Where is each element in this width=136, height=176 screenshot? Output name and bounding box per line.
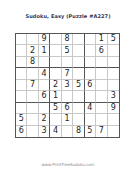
sudoku-cell-r3c8 [96, 57, 107, 68]
sudoku-cell-r9c8: 7 [96, 126, 107, 137]
sudoku-cell-r5c3 [39, 80, 50, 91]
sudoku-cell-r5c1 [16, 80, 27, 91]
sudoku-cell-r1c1 [16, 34, 27, 45]
sudoku-cell-r8c1: 5 [16, 114, 27, 125]
sudoku-cell-r3c2: 8 [27, 57, 38, 68]
sudoku-cell-r2c3: 1 [39, 45, 50, 56]
sudoku-cell-r1c4 [50, 34, 61, 45]
sudoku-cell-r3c3 [39, 57, 50, 68]
sudoku-cell-r4c1 [16, 68, 27, 79]
sudoku-board: 98152156847723566135649521634857 [15, 33, 120, 138]
page-title: Sudoku, Easy (Puzzle #A227) [0, 13, 136, 19]
sudoku-cell-r3c7 [85, 57, 96, 68]
sudoku-cell-r7c4: 5 [50, 103, 61, 114]
sudoku-cell-r7c5: 6 [62, 103, 73, 114]
sudoku-cell-r7c7: 4 [85, 103, 96, 114]
sudoku-cell-r2c8: 6 [96, 45, 107, 56]
sudoku-cell-r4c8 [96, 68, 107, 79]
footer-url: www.PrintFreeSudoku.com [0, 162, 136, 167]
sudoku-cell-r4c3: 4 [39, 68, 50, 79]
sudoku-cell-r8c5: 1 [62, 114, 73, 125]
sudoku-cell-r1c6 [73, 34, 84, 45]
sudoku-cell-r1c9: 5 [108, 34, 119, 45]
sudoku-cell-r6c2 [27, 91, 38, 102]
sudoku-cell-r6c1 [16, 91, 27, 102]
sudoku-cell-r4c9 [108, 68, 119, 79]
sudoku-cell-r4c4 [50, 68, 61, 79]
sudoku-cell-r4c7 [85, 68, 96, 79]
sudoku-cell-r9c5 [62, 126, 73, 137]
sudoku-cell-r6c5 [62, 91, 73, 102]
sudoku-cell-r4c2 [27, 68, 38, 79]
sudoku-cell-r7c8 [96, 103, 107, 114]
sudoku-cell-r5c7: 6 [85, 80, 96, 91]
sudoku-cell-r8c7 [85, 114, 96, 125]
sudoku-cell-r1c5: 8 [62, 34, 73, 45]
sudoku-cell-r4c6 [73, 68, 84, 79]
sudoku-cell-r2c5: 5 [62, 45, 73, 56]
sudoku-cell-r8c9 [108, 114, 119, 125]
sudoku-cell-r6c8 [96, 91, 107, 102]
sudoku-cell-r1c7 [85, 34, 96, 45]
sudoku-cell-r2c2: 2 [27, 45, 38, 56]
sudoku-cell-r6c7 [85, 91, 96, 102]
sudoku-cell-r8c8 [96, 114, 107, 125]
sudoku-cell-r1c2 [27, 34, 38, 45]
sudoku-cell-r7c9: 9 [108, 103, 119, 114]
sudoku-cell-r5c5: 3 [62, 80, 73, 91]
sudoku-cell-r3c1 [16, 57, 27, 68]
sudoku-page: Sudoku, Easy (Puzzle #A227) 981521568477… [0, 0, 136, 176]
sudoku-cell-r6c4: 1 [50, 91, 61, 102]
sudoku-cell-r3c5 [62, 57, 73, 68]
sudoku-cell-r9c6: 8 [73, 126, 84, 137]
sudoku-cell-r1c8: 1 [96, 34, 107, 45]
sudoku-cell-r2c1 [16, 45, 27, 56]
sudoku-cell-r3c9 [108, 57, 119, 68]
sudoku-cell-r5c8 [96, 80, 107, 91]
sudoku-cell-r2c4 [50, 45, 61, 56]
sudoku-cell-r8c4 [50, 114, 61, 125]
sudoku-cell-r8c6 [73, 114, 84, 125]
sudoku-cell-r3c4 [50, 57, 61, 68]
sudoku-cell-r6c6 [73, 91, 84, 102]
sudoku-cell-r2c6 [73, 45, 84, 56]
sudoku-cell-r9c7: 5 [85, 126, 96, 137]
sudoku-cell-r7c3 [39, 103, 50, 114]
sudoku-cell-r7c2 [27, 103, 38, 114]
sudoku-cell-r8c2 [27, 114, 38, 125]
sudoku-cell-r9c4: 4 [50, 126, 61, 137]
sudoku-cell-r1c3: 9 [39, 34, 50, 45]
sudoku-cell-r9c1: 6 [16, 126, 27, 137]
sudoku-cell-r7c1 [16, 103, 27, 114]
sudoku-cell-r4c5: 7 [62, 68, 73, 79]
sudoku-cell-r9c9 [108, 126, 119, 137]
sudoku-cell-r5c9 [108, 80, 119, 91]
sudoku-cell-r7c6 [73, 103, 84, 114]
sudoku-cell-r5c2: 7 [27, 80, 38, 91]
sudoku-cell-r9c2 [27, 126, 38, 137]
sudoku-cell-r6c9: 3 [108, 91, 119, 102]
sudoku-cell-r3c6 [73, 57, 84, 68]
sudoku-cell-r8c3: 2 [39, 114, 50, 125]
sudoku-cell-r5c6: 5 [73, 80, 84, 91]
sudoku-cell-r2c7 [85, 45, 96, 56]
sudoku-cell-r2c9 [108, 45, 119, 56]
sudoku-cell-r6c3: 6 [39, 91, 50, 102]
sudoku-cell-r5c4: 2 [50, 80, 61, 91]
sudoku-cell-r9c3: 3 [39, 126, 50, 137]
